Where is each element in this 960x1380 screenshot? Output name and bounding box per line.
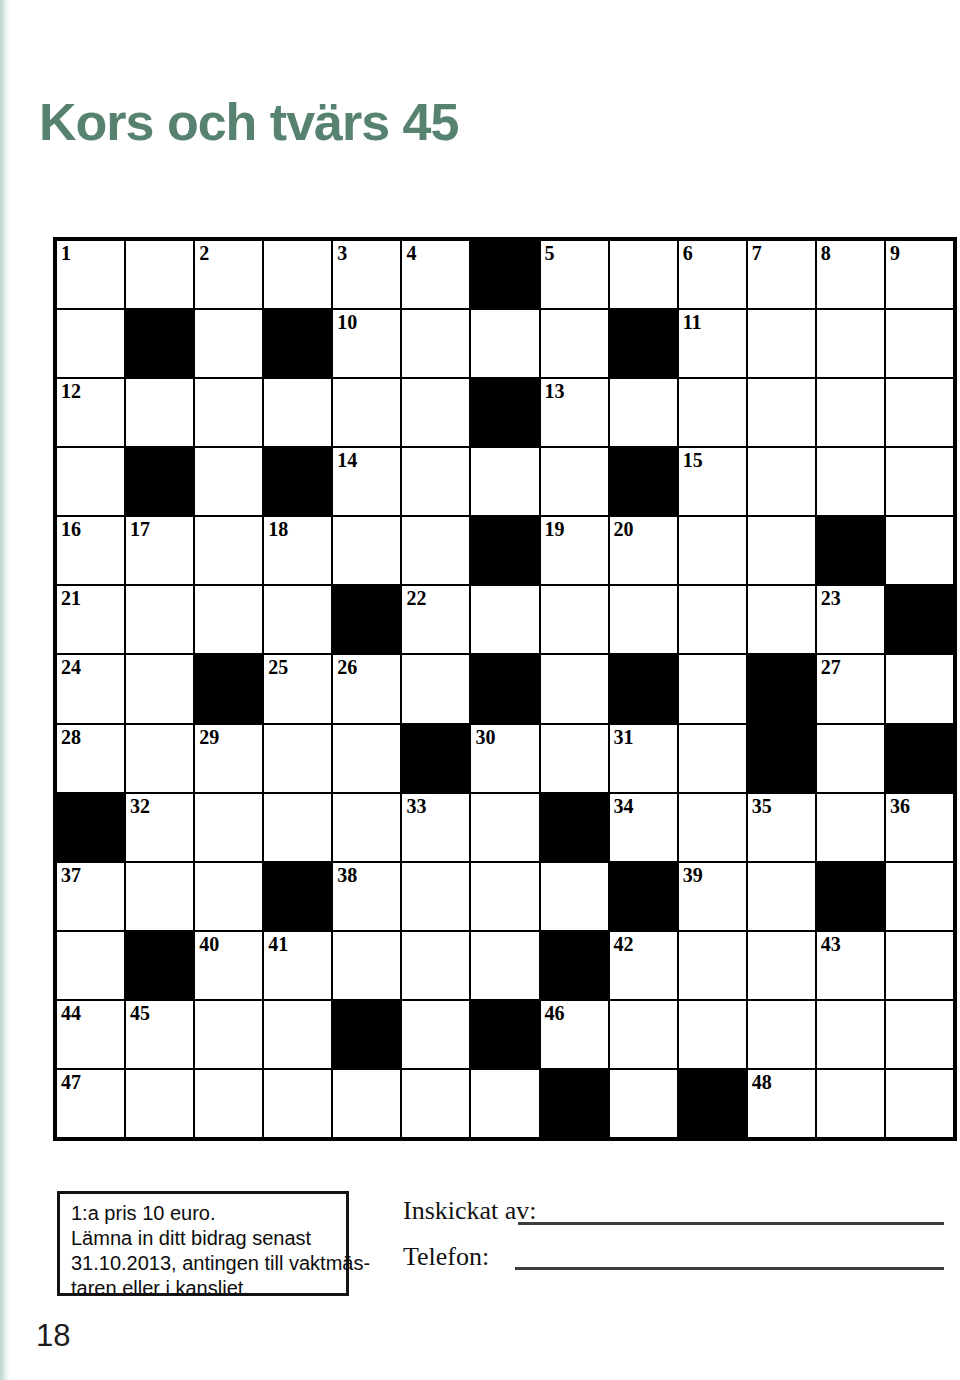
submitted-by-write-line[interactable] [518,1222,944,1225]
grid-cell[interactable] [470,931,539,1000]
black-cell [263,309,332,378]
grid-cell[interactable]: 33 [401,793,470,862]
prize-box-line: taren eller i kansliet. [71,1276,336,1301]
black-cell [401,724,470,793]
clue-number: 38 [337,863,357,887]
grid-cell[interactable]: 27 [816,654,885,723]
clue-number: 15 [683,448,703,472]
clue-number: 36 [890,794,910,818]
clue-number: 7 [752,241,762,265]
black-cell [194,654,263,723]
grid-cell[interactable] [470,309,539,378]
prize-box-line: Lämna in ditt bidrag senast [71,1226,336,1251]
grid-cell[interactable] [470,793,539,862]
grid-cell[interactable] [678,724,747,793]
grid-cell[interactable] [609,1069,678,1138]
grid-cell[interactable] [885,447,954,516]
grid-cell[interactable]: 39 [678,862,747,931]
grid-cell[interactable] [125,654,194,723]
grid-cell[interactable] [263,793,332,862]
grid-cell[interactable] [678,654,747,723]
grid-cell[interactable] [332,1069,401,1138]
grid-cell[interactable] [678,585,747,654]
grid-cell[interactable] [747,516,816,585]
black-cell [470,240,539,309]
grid-cell[interactable] [125,378,194,447]
clue-number: 5 [545,241,555,265]
clue-number: 14 [337,448,357,472]
grid-cell[interactable] [194,585,263,654]
page: Kors och tvärs 45 1234567891011121314151… [0,0,960,1380]
black-cell [263,862,332,931]
clue-number: 37 [61,863,81,887]
grid-cell[interactable] [609,240,678,309]
grid-cell[interactable] [470,1069,539,1138]
grid-cell[interactable]: 15 [678,447,747,516]
clue-number: 12 [61,379,81,403]
grid-cell[interactable] [816,1000,885,1069]
black-cell [816,516,885,585]
grid-cell[interactable] [332,931,401,1000]
prize-box-line: 31.10.2013, antingen till vaktmäs- [71,1251,336,1276]
grid-cell[interactable] [540,585,609,654]
grid-cell[interactable]: 4 [401,240,470,309]
grid-cell[interactable] [678,931,747,1000]
grid-cell[interactable] [194,793,263,862]
grid-cell[interactable] [747,447,816,516]
black-cell [332,1000,401,1069]
phone-write-line[interactable] [515,1267,944,1270]
grid-cell[interactable]: 19 [540,516,609,585]
black-cell [747,654,816,723]
grid-cell[interactable] [470,447,539,516]
grid-cell[interactable]: 6 [678,240,747,309]
grid-cell[interactable] [885,1069,954,1138]
clue-number: 23 [821,586,841,610]
grid-cell[interactable]: 37 [56,862,125,931]
grid-cell[interactable]: 31 [609,724,678,793]
grid-cell[interactable] [194,309,263,378]
grid-cell[interactable] [816,447,885,516]
phone-label: Telefon: [403,1242,489,1272]
grid-cell[interactable]: 20 [609,516,678,585]
page-number: 18 [36,1318,70,1354]
grid-cell[interactable]: 45 [125,1000,194,1069]
grid-cell[interactable] [885,931,954,1000]
left-edge-accent-line [0,0,10,1380]
grid-cell[interactable] [263,1069,332,1138]
black-cell [885,585,954,654]
grid-cell[interactable]: 48 [747,1069,816,1138]
grid-cell[interactable]: 32 [125,793,194,862]
grid-cell[interactable]: 14 [332,447,401,516]
grid-cell[interactable] [56,931,125,1000]
grid-cell[interactable] [885,862,954,931]
grid-cell[interactable] [263,585,332,654]
black-cell [332,585,401,654]
grid-cell[interactable] [401,1069,470,1138]
clue-number: 2 [199,241,209,265]
grid-cell[interactable] [332,378,401,447]
grid-cell[interactable]: 41 [263,931,332,1000]
clue-number: 18 [268,517,288,541]
grid-cell[interactable]: 42 [609,931,678,1000]
grid-cell[interactable]: 7 [747,240,816,309]
black-cell [816,862,885,931]
grid-cell[interactable] [470,585,539,654]
crossword-grid: 1234567891011121314151617181920212223242… [53,237,957,1141]
black-cell [540,931,609,1000]
grid-cell[interactable] [332,516,401,585]
clue-number: 29 [199,725,219,749]
grid-cell[interactable] [125,724,194,793]
grid-cell[interactable]: 28 [56,724,125,793]
clue-number: 17 [130,517,150,541]
grid-cell[interactable]: 3 [332,240,401,309]
grid-cell[interactable] [540,447,609,516]
grid-cell[interactable] [678,516,747,585]
grid-cell[interactable] [194,1069,263,1138]
grid-cell[interactable] [885,309,954,378]
grid-cell[interactable]: 18 [263,516,332,585]
clue-number: 31 [614,725,634,749]
black-cell [470,378,539,447]
grid-cell[interactable] [540,309,609,378]
grid-cell[interactable] [401,862,470,931]
grid-cell[interactable] [263,1000,332,1069]
grid-cell[interactable] [401,378,470,447]
black-cell [470,654,539,723]
clue-number: 45 [130,1001,150,1025]
clue-number: 6 [683,241,693,265]
clue-number: 8 [821,241,831,265]
black-cell [540,793,609,862]
grid-cell[interactable]: 12 [56,378,125,447]
clue-number: 47 [61,1070,81,1094]
clue-number: 35 [752,794,772,818]
black-cell [125,309,194,378]
grid-cell[interactable]: 38 [332,862,401,931]
grid-cell[interactable] [194,447,263,516]
grid-cell[interactable]: 10 [332,309,401,378]
clue-number: 11 [683,310,702,334]
black-cell [56,793,125,862]
grid-cell[interactable]: 30 [470,724,539,793]
grid-cell[interactable] [747,862,816,931]
grid-cell[interactable] [609,585,678,654]
black-cell [678,1069,747,1138]
clue-number: 34 [614,794,634,818]
grid-cell[interactable] [747,378,816,447]
clue-number: 22 [406,586,426,610]
clue-number: 41 [268,932,288,956]
grid-cell[interactable] [540,862,609,931]
grid-cell[interactable] [125,1069,194,1138]
grid-cell[interactable]: 36 [885,793,954,862]
clue-number: 30 [475,725,495,749]
prize-box: 1:a pris 10 euro. Lämna in ditt bidrag s… [57,1191,349,1296]
clue-number: 40 [199,932,219,956]
grid-cell[interactable] [470,862,539,931]
grid-cell[interactable]: 34 [609,793,678,862]
grid-cell[interactable] [56,309,125,378]
grid-cell[interactable] [540,654,609,723]
grid-cell[interactable] [609,1000,678,1069]
clue-number: 42 [614,932,634,956]
grid-cell[interactable] [401,516,470,585]
grid-cell[interactable] [816,1069,885,1138]
grid-cell[interactable] [540,724,609,793]
grid-cell[interactable]: 21 [56,585,125,654]
grid-cell[interactable]: 22 [401,585,470,654]
grid-cell[interactable]: 1 [56,240,125,309]
grid-cell[interactable] [263,378,332,447]
grid-cell[interactable]: 24 [56,654,125,723]
clue-number: 19 [545,517,565,541]
black-cell [609,862,678,931]
grid-cell[interactable] [678,378,747,447]
grid-cell[interactable] [747,585,816,654]
clue-number: 9 [890,241,900,265]
grid-cell[interactable]: 47 [56,1069,125,1138]
grid-cell[interactable]: 9 [885,240,954,309]
grid-cell[interactable] [747,309,816,378]
clue-number: 1 [61,241,71,265]
grid-cell[interactable] [747,1000,816,1069]
grid-cell[interactable]: 26 [332,654,401,723]
clue-number: 25 [268,655,288,679]
grid-cell[interactable]: 16 [56,516,125,585]
grid-cell[interactable] [816,793,885,862]
clue-number: 44 [61,1001,81,1025]
clue-number: 21 [61,586,81,610]
clue-number: 33 [406,794,426,818]
grid-cell[interactable] [885,1000,954,1069]
black-cell [609,309,678,378]
black-cell [125,931,194,1000]
grid-cell[interactable]: 8 [816,240,885,309]
clue-number: 43 [821,932,841,956]
black-cell [540,1069,609,1138]
grid-cell[interactable] [678,793,747,862]
grid-cell[interactable] [125,585,194,654]
black-cell [263,447,332,516]
grid-cell[interactable] [816,724,885,793]
grid-cell[interactable]: 23 [816,585,885,654]
grid-cell[interactable]: 29 [194,724,263,793]
grid-cell[interactable] [56,447,125,516]
clue-number: 28 [61,725,81,749]
grid-cell[interactable] [263,724,332,793]
grid-cell[interactable]: 40 [194,931,263,1000]
grid-cell[interactable] [747,931,816,1000]
page-title: Kors och tvärs 45 [39,92,458,152]
grid-cell[interactable] [816,378,885,447]
prize-box-line: 1:a pris 10 euro. [71,1201,336,1226]
grid-cell[interactable] [885,516,954,585]
grid-cell[interactable]: 25 [263,654,332,723]
grid-cell[interactable] [678,1000,747,1069]
grid-cell[interactable] [609,378,678,447]
grid-cell[interactable] [816,309,885,378]
grid-cell[interactable]: 5 [540,240,609,309]
grid-cell[interactable] [401,654,470,723]
grid-cell[interactable] [332,724,401,793]
grid-cell[interactable]: 44 [56,1000,125,1069]
grid-cell[interactable] [332,793,401,862]
clue-number: 26 [337,655,357,679]
black-cell [609,447,678,516]
clue-number: 3 [337,241,347,265]
clue-number: 39 [683,863,703,887]
grid-cell[interactable]: 35 [747,793,816,862]
black-cell [125,447,194,516]
clue-number: 10 [337,310,357,334]
clue-number: 32 [130,794,150,818]
grid-cell[interactable]: 11 [678,309,747,378]
black-cell [747,724,816,793]
grid-cell[interactable] [125,862,194,931]
grid-cell[interactable] [401,931,470,1000]
clue-number: 16 [61,517,81,541]
black-cell [609,654,678,723]
grid-cell[interactable]: 13 [540,378,609,447]
grid-cell[interactable] [194,862,263,931]
grid-cell[interactable] [263,240,332,309]
grid-cell[interactable] [401,309,470,378]
grid-cell[interactable] [125,240,194,309]
black-cell [470,1000,539,1069]
grid-cell[interactable] [194,378,263,447]
grid-cell[interactable] [194,516,263,585]
grid-cell[interactable]: 43 [816,931,885,1000]
black-cell [470,516,539,585]
grid-cell[interactable] [194,1000,263,1069]
clue-number: 27 [821,655,841,679]
clue-number: 13 [545,379,565,403]
clue-number: 24 [61,655,81,679]
black-cell [885,724,954,793]
grid-cell[interactable]: 17 [125,516,194,585]
grid-cell[interactable]: 2 [194,240,263,309]
grid-cell[interactable] [885,378,954,447]
grid-cell[interactable] [885,654,954,723]
submitted-by-label: Inskickat av: [403,1196,537,1226]
clue-number: 20 [614,517,634,541]
clue-number: 48 [752,1070,772,1094]
grid-cell[interactable] [401,447,470,516]
grid-cell[interactable] [401,1000,470,1069]
clue-number: 4 [406,241,416,265]
grid-cell[interactable]: 46 [540,1000,609,1069]
clue-number: 46 [545,1001,565,1025]
